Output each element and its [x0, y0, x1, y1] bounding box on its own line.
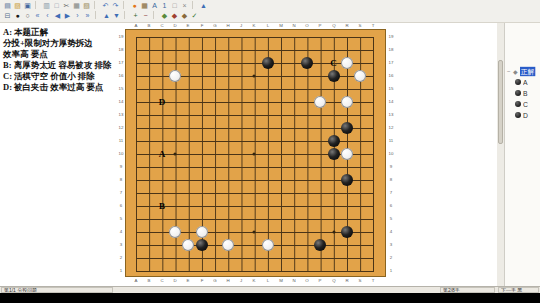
cross-mark-icon[interactable]: × — [180, 1, 189, 10]
black-stone[interactable] — [341, 122, 353, 134]
coord-col-bottom: A — [134, 278, 137, 283]
square-mark-icon[interactable]: □ — [170, 1, 179, 10]
move-label-d[interactable]: D — [159, 97, 166, 107]
tree-node-diamond-icon: ◆ — [513, 68, 520, 75]
coord-row-left: 2 — [120, 255, 122, 260]
coord-col-top: O — [305, 23, 308, 28]
tree-item-a[interactable]: A — [515, 77, 528, 87]
back-10-icon[interactable]: ‹ — [43, 11, 52, 20]
answer-line-a3: 效率高 要点 — [3, 49, 119, 60]
coord-row-right: 18 — [388, 47, 393, 52]
coord-row-left: 6 — [120, 203, 122, 208]
black-stone[interactable] — [328, 70, 340, 82]
forward-icon[interactable]: ▶ — [63, 11, 72, 20]
tree-item-label: D — [523, 111, 528, 119]
coord-col-bottom: F — [200, 278, 203, 283]
coord-row-right: 16 — [388, 73, 393, 78]
coord-row-right: 11 — [388, 138, 393, 143]
black-stone[interactable] — [301, 57, 313, 69]
copy-icon[interactable]: ▦ — [72, 1, 81, 10]
move-label-a[interactable]: A — [159, 149, 166, 159]
coord-row-left: 7 — [120, 190, 122, 195]
flag-icon[interactable]: ▲ — [199, 1, 208, 10]
board-edit-icon[interactable]: ▦ — [140, 1, 149, 10]
coord-row-left: 18 — [119, 47, 124, 52]
coord-row-right: 9 — [389, 164, 391, 169]
coord-col-bottom: J — [240, 278, 242, 283]
coord-row-right: 17 — [388, 60, 393, 65]
coord-col-bottom: O — [305, 278, 308, 283]
coord-col-top: T — [372, 23, 375, 28]
window-bottom-band — [0, 293, 540, 303]
white-stone[interactable] — [222, 239, 234, 251]
white-stone[interactable] — [354, 70, 366, 82]
coord-col-top: G — [213, 23, 216, 28]
number-mark-icon[interactable]: 1 — [160, 1, 169, 10]
open-icon[interactable]: ▨ — [13, 1, 22, 10]
tree-root-item[interactable]: − ◆ 正解 — [507, 66, 538, 76]
coord-col-top: P — [319, 23, 322, 28]
coord-col-top: K — [253, 23, 256, 28]
white-stone[interactable] — [341, 96, 353, 108]
coord-row-right: 7 — [389, 190, 391, 195]
zoom-out-icon[interactable]: − — [141, 11, 150, 20]
black-stone[interactable] — [262, 57, 274, 69]
coord-col-bottom: R — [345, 278, 348, 283]
answer-line-b: B: 离厚势太近 容易被攻 排除 — [3, 60, 119, 71]
up-variation-icon[interactable]: ▲ — [102, 11, 111, 20]
go-board: AABBCCDDEEFFGGHHJJKKLLMMNNOOPPQQRRSSTT19… — [118, 23, 398, 285]
toolbar-separator — [153, 11, 158, 19]
problem-text: A: 本题正解 分投+限制对方厚势拆边 效率高 要点 B: 离厚势太近 容易被攻… — [3, 27, 119, 92]
answer-line-a: A: 本题正解 — [3, 27, 119, 38]
coord-col-top: J — [240, 23, 242, 28]
coord-col-bottom: B — [147, 278, 150, 283]
tree-item-label: B — [523, 89, 528, 97]
coord-row-left: 15 — [119, 86, 124, 91]
coord-row-left: 1 — [120, 268, 122, 273]
last-move-icon[interactable]: » — [83, 11, 92, 20]
black-stone[interactable] — [328, 148, 340, 160]
toolbar-separator — [94, 1, 99, 9]
coord-row-left: 13 — [119, 112, 124, 117]
coord-col-top: C — [160, 23, 163, 28]
coord-col-top: F — [200, 23, 203, 28]
zoom-in-icon[interactable]: + — [131, 11, 140, 20]
black-stone[interactable] — [341, 174, 353, 186]
tree-root-label[interactable]: 正解 — [520, 66, 535, 75]
move-label-c[interactable]: C — [330, 58, 337, 68]
coord-col-bottom: T — [372, 278, 375, 283]
undo-icon[interactable]: ↶ — [101, 1, 110, 10]
coord-row-right: 2 — [389, 255, 391, 260]
coord-row-right: 3 — [389, 242, 391, 247]
toolbar-row-2: ⊟●○«‹◀▶›»▲▼+−◆◆◆✓ — [0, 10, 540, 20]
coord-col-top: D — [174, 23, 177, 28]
white-stone[interactable] — [169, 226, 181, 238]
toolbar-row-1: ▤▨▣▥□✂▦▧↶↷●▦A1□×▲ — [0, 0, 540, 10]
tree-item-c[interactable]: C — [515, 99, 529, 109]
pencil-brown-icon[interactable]: ◆ — [180, 11, 189, 20]
letter-mark-icon[interactable]: A — [150, 1, 159, 10]
tree-item-label: A — [523, 78, 528, 86]
coord-col-top: M — [279, 23, 283, 28]
check-icon[interactable]: ✓ — [190, 11, 199, 20]
coord-row-left: 9 — [120, 164, 122, 169]
white-stone[interactable] — [196, 226, 208, 238]
coord-row-left: 14 — [119, 99, 124, 104]
toolbar-separator — [124, 11, 129, 19]
toolbar: ▤▨▣▥□✂▦▧↶↷●▦A1□×▲ ⊟●○«‹◀▶›»▲▼+−◆◆◆✓ — [0, 0, 540, 23]
star-point — [174, 152, 177, 155]
black-stone-icon — [515, 79, 521, 85]
star-point — [253, 230, 256, 233]
star-point — [253, 152, 256, 155]
coord-col-top: N — [292, 23, 295, 28]
coord-row-right: 13 — [388, 112, 393, 117]
panel-splitter[interactable] — [497, 23, 504, 286]
coord-col-top: H — [226, 23, 229, 28]
save-icon[interactable]: ▣ — [23, 1, 32, 10]
first-move-icon[interactable]: « — [33, 11, 42, 20]
coord-row-left: 19 — [119, 34, 124, 39]
coord-col-bottom: N — [292, 278, 295, 283]
back-icon[interactable]: ◀ — [53, 11, 62, 20]
paste-icon[interactable]: ▧ — [82, 1, 91, 10]
coord-row-right: 5 — [389, 216, 391, 221]
coord-col-bottom: K — [253, 278, 256, 283]
coord-col-bottom: G — [213, 278, 216, 283]
answer-line-c: C: 活棋守空 价值小 排除 — [3, 71, 119, 82]
tree-view-icon[interactable]: ⊟ — [3, 11, 12, 20]
toolbar-separator — [35, 1, 40, 9]
tree-item-b[interactable]: B — [515, 88, 528, 98]
black-stone[interactable] — [341, 226, 353, 238]
move-label-b[interactable]: B — [159, 201, 165, 211]
coord-row-left: 16 — [119, 73, 124, 78]
variation-tree-panel: − ◆ 正解 ABCD — [504, 23, 540, 286]
coord-row-left: 12 — [119, 125, 124, 130]
coord-col-top: E — [187, 23, 190, 28]
coord-col-bottom: M — [279, 278, 283, 283]
coord-col-top: B — [147, 23, 150, 28]
coord-col-top: R — [345, 23, 348, 28]
coord-col-bottom: P — [319, 278, 322, 283]
coord-row-right: 6 — [389, 203, 391, 208]
scrollbar-thumb[interactable] — [498, 60, 503, 144]
white-move-icon[interactable]: ○ — [23, 11, 32, 20]
preview-icon[interactable]: □ — [52, 1, 61, 10]
black-stone-icon — [515, 112, 521, 118]
black-stone[interactable] — [328, 135, 340, 147]
coord-col-top: S — [358, 23, 361, 28]
coord-row-right: 15 — [388, 86, 393, 91]
print-icon[interactable]: ▥ — [42, 1, 51, 10]
coord-row-left: 11 — [119, 138, 124, 143]
tree-item-label: C — [523, 100, 528, 108]
white-stone[interactable] — [314, 96, 326, 108]
redo-icon[interactable]: ↷ — [111, 1, 120, 10]
black-stone[interactable] — [314, 239, 326, 251]
coord-col-bottom: L — [266, 278, 268, 283]
toolbar-separator — [123, 1, 128, 9]
coord-row-right: 10 — [388, 151, 393, 156]
toolbar-separator — [95, 11, 100, 19]
black-stone-icon — [515, 101, 521, 107]
tree-item-d[interactable]: D — [515, 110, 529, 120]
app-window: ▤▨▣▥□✂▦▧↶↷●▦A1□×▲ ⊟●○«‹◀▶›»▲▼+−◆◆◆✓ A: 本… — [0, 0, 540, 303]
white-stone[interactable] — [182, 239, 194, 251]
coord-row-left: 4 — [120, 229, 122, 234]
current-move-icon[interactable]: ● — [13, 11, 22, 20]
down-variation-icon[interactable]: ▼ — [112, 11, 121, 20]
answer-line-d: D: 被白夹击 效率过高 要点 — [3, 82, 119, 93]
black-stone[interactable] — [196, 239, 208, 251]
white-stone[interactable] — [169, 70, 181, 82]
pencil-red-icon[interactable]: ◆ — [170, 11, 179, 20]
forward-10-icon[interactable]: › — [73, 11, 82, 20]
coord-col-bottom: E — [187, 278, 190, 283]
info-ball-icon[interactable]: ● — [130, 1, 139, 10]
coord-col-top: Q — [332, 23, 335, 28]
cut-icon[interactable]: ✂ — [62, 1, 71, 10]
star-point — [253, 74, 256, 77]
white-stone[interactable] — [341, 148, 353, 160]
coord-col-bottom: H — [226, 278, 229, 283]
coord-row-right: 1 — [389, 268, 391, 273]
coord-row-right: 19 — [388, 34, 393, 39]
coord-row-left: 17 — [119, 60, 124, 65]
coord-col-bottom: S — [358, 278, 361, 283]
new-icon[interactable]: ▤ — [3, 1, 12, 10]
white-stone[interactable] — [341, 57, 353, 69]
status-bar: 第1/1 分投问题 第2/8手 下一手 黑 — [0, 286, 540, 293]
coord-col-bottom: C — [160, 278, 163, 283]
coord-row-right: 14 — [388, 99, 393, 104]
coord-row-left: 3 — [120, 242, 122, 247]
white-stone[interactable] — [262, 239, 274, 251]
black-stone-icon — [515, 90, 521, 96]
answer-line-a2: 分投+限制对方厚势拆边 — [3, 38, 119, 49]
coord-row-left: 5 — [120, 216, 122, 221]
coord-col-bottom: Q — [332, 278, 335, 283]
toolbar-separator — [192, 1, 197, 9]
coord-row-right: 8 — [389, 177, 391, 182]
coord-row-left: 8 — [120, 177, 122, 182]
coord-col-top: L — [266, 23, 268, 28]
coord-row-right: 4 — [389, 229, 391, 234]
star-point — [332, 230, 335, 233]
coord-row-right: 12 — [388, 125, 393, 130]
coord-row-left: 10 — [119, 151, 124, 156]
coord-col-bottom: D — [174, 278, 177, 283]
coord-col-top: A — [134, 23, 137, 28]
pencil-green-icon[interactable]: ◆ — [160, 11, 169, 20]
